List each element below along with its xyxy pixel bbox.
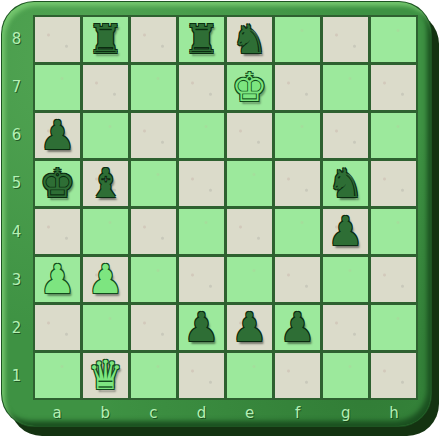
black-pawn-piece[interactable]: ♟	[232, 305, 268, 350]
square-e5[interactable]	[227, 161, 272, 206]
file-label-c: c	[129, 399, 177, 426]
square-d1[interactable]	[179, 353, 224, 398]
file-label-a: a	[33, 399, 81, 426]
square-c1[interactable]	[131, 353, 176, 398]
rank-label-3: 3	[0, 256, 33, 304]
rank-label-1: 1	[0, 352, 33, 400]
square-f3[interactable]	[275, 257, 320, 302]
square-h7[interactable]	[371, 65, 416, 110]
white-pawn-piece[interactable]: ♟	[88, 257, 124, 302]
square-h8[interactable]	[371, 17, 416, 62]
rank-label-8: 8	[0, 15, 33, 63]
square-c7[interactable]	[131, 65, 176, 110]
square-h3[interactable]	[371, 257, 416, 302]
file-label-g: g	[322, 399, 370, 426]
square-f5[interactable]	[275, 161, 320, 206]
square-d5[interactable]	[179, 161, 224, 206]
black-bishop-piece[interactable]: ♝	[88, 161, 124, 206]
square-b3[interactable]: ♟	[83, 257, 128, 302]
square-b1[interactable]: ♛	[83, 353, 128, 398]
square-b7[interactable]	[83, 65, 128, 110]
square-d3[interactable]	[179, 257, 224, 302]
square-c2[interactable]	[131, 305, 176, 350]
square-a6[interactable]: ♟	[35, 113, 80, 158]
square-c6[interactable]	[131, 113, 176, 158]
chess-board[interactable]: ♜♜♞♚♟♚♝♞♟♟♟♟♟♟♛	[33, 15, 418, 400]
square-g8[interactable]	[323, 17, 368, 62]
file-label-b: b	[81, 399, 129, 426]
file-label-h: h	[370, 399, 418, 426]
square-d4[interactable]	[179, 209, 224, 254]
square-e4[interactable]	[227, 209, 272, 254]
square-g1[interactable]	[323, 353, 368, 398]
square-f4[interactable]	[275, 209, 320, 254]
rank-label-4: 4	[0, 208, 33, 256]
black-rook-piece[interactable]: ♜	[184, 17, 220, 62]
square-f8[interactable]	[275, 17, 320, 62]
square-a5[interactable]: ♚	[35, 161, 80, 206]
square-e3[interactable]	[227, 257, 272, 302]
square-c5[interactable]	[131, 161, 176, 206]
rank-label-7: 7	[0, 63, 33, 111]
rank-label-5: 5	[0, 159, 33, 207]
black-pawn-piece[interactable]: ♟	[184, 305, 220, 350]
square-f1[interactable]	[275, 353, 320, 398]
square-b2[interactable]	[83, 305, 128, 350]
black-pawn-piece[interactable]: ♟	[328, 209, 364, 254]
square-h2[interactable]	[371, 305, 416, 350]
square-h5[interactable]	[371, 161, 416, 206]
square-g7[interactable]	[323, 65, 368, 110]
square-a3[interactable]: ♟	[35, 257, 80, 302]
rank-label-6: 6	[0, 111, 33, 159]
square-g4[interactable]: ♟	[323, 209, 368, 254]
file-label-e: e	[226, 399, 274, 426]
square-a2[interactable]	[35, 305, 80, 350]
square-g6[interactable]	[323, 113, 368, 158]
square-g5[interactable]: ♞	[323, 161, 368, 206]
square-g2[interactable]	[323, 305, 368, 350]
file-label-d: d	[177, 399, 225, 426]
square-a1[interactable]	[35, 353, 80, 398]
square-e1[interactable]	[227, 353, 272, 398]
square-d2[interactable]: ♟	[179, 305, 224, 350]
white-queen-piece[interactable]: ♛	[88, 353, 124, 398]
square-b4[interactable]	[83, 209, 128, 254]
white-pawn-piece[interactable]: ♟	[40, 257, 76, 302]
file-labels: abcdefgh	[33, 399, 418, 426]
square-b6[interactable]	[83, 113, 128, 158]
square-f2[interactable]: ♟	[275, 305, 320, 350]
square-c4[interactable]	[131, 209, 176, 254]
square-e6[interactable]	[227, 113, 272, 158]
rank-labels: 87654321	[0, 15, 33, 400]
black-rook-piece[interactable]: ♜	[88, 17, 124, 62]
square-b5[interactable]: ♝	[83, 161, 128, 206]
square-e7[interactable]: ♚	[227, 65, 272, 110]
square-d7[interactable]	[179, 65, 224, 110]
square-c8[interactable]	[131, 17, 176, 62]
chess-app: 87654321 ♜♜♞♚♟♚♝♞♟♟♟♟♟♟♛ abcdefgh	[0, 0, 444, 442]
square-a8[interactable]	[35, 17, 80, 62]
square-c3[interactable]	[131, 257, 176, 302]
square-e8[interactable]: ♞	[227, 17, 272, 62]
square-a7[interactable]	[35, 65, 80, 110]
square-a4[interactable]	[35, 209, 80, 254]
black-knight-piece[interactable]: ♞	[328, 161, 364, 206]
square-f7[interactable]	[275, 65, 320, 110]
square-h4[interactable]	[371, 209, 416, 254]
black-pawn-piece[interactable]: ♟	[280, 305, 316, 350]
square-e2[interactable]: ♟	[227, 305, 272, 350]
square-h6[interactable]	[371, 113, 416, 158]
black-knight-piece[interactable]: ♞	[232, 17, 268, 62]
black-king-piece[interactable]: ♚	[40, 161, 76, 206]
square-f6[interactable]	[275, 113, 320, 158]
square-b8[interactable]: ♜	[83, 17, 128, 62]
square-h1[interactable]	[371, 353, 416, 398]
square-g3[interactable]	[323, 257, 368, 302]
square-d8[interactable]: ♜	[179, 17, 224, 62]
square-d6[interactable]	[179, 113, 224, 158]
rank-label-2: 2	[0, 304, 33, 352]
white-king-piece[interactable]: ♚	[232, 65, 268, 110]
black-pawn-piece[interactable]: ♟	[40, 113, 76, 158]
file-label-f: f	[274, 399, 322, 426]
